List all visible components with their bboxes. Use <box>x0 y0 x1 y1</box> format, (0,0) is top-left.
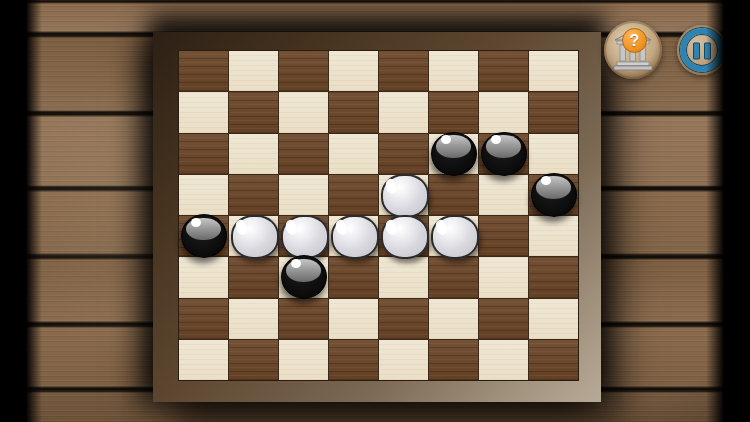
board-cell-r1c5[interactable] <box>429 92 478 132</box>
board-cell-r7c1[interactable] <box>229 340 278 380</box>
white-stone[interactable] <box>431 215 479 259</box>
board-cell-r3c3[interactable] <box>329 175 378 215</box>
board-cell-r1c1[interactable] <box>229 92 278 132</box>
board-cell-r2c3[interactable] <box>329 134 378 174</box>
black-stone[interactable] <box>181 214 227 258</box>
board-cell-r4c5[interactable] <box>429 216 478 256</box>
board-cell-r5c2[interactable] <box>279 257 328 297</box>
white-stone[interactable] <box>231 215 279 259</box>
board-cell-r1c3[interactable] <box>329 92 378 132</box>
board-cell-r7c6[interactable] <box>479 340 528 380</box>
board-cell-r3c6[interactable] <box>479 175 528 215</box>
board-cell-r7c3[interactable] <box>329 340 378 380</box>
board-cell-r0c4[interactable] <box>379 51 428 91</box>
white-stone[interactable] <box>281 215 329 259</box>
board-cell-r2c0[interactable] <box>179 134 228 174</box>
white-stone[interactable] <box>331 215 379 259</box>
board-cell-r0c5[interactable] <box>429 51 478 91</box>
board-cell-r4c3[interactable] <box>329 216 378 256</box>
board-cell-r5c1[interactable] <box>229 257 278 297</box>
board-cell-r2c5[interactable] <box>429 134 478 174</box>
board-cell-r0c7[interactable] <box>529 51 578 91</box>
board-cell-r0c1[interactable] <box>229 51 278 91</box>
board-cell-r2c7[interactable] <box>529 134 578 174</box>
board-cell-r4c7[interactable] <box>529 216 578 256</box>
board-cell-r6c3[interactable] <box>329 299 378 339</box>
board-cell-r2c2[interactable] <box>279 134 328 174</box>
board-frame <box>153 32 601 402</box>
board-cell-r5c6[interactable] <box>479 257 528 297</box>
board-cell-r7c0[interactable] <box>179 340 228 380</box>
board-cell-r7c2[interactable] <box>279 340 328 380</box>
board-cell-r3c5[interactable] <box>429 175 478 215</box>
board-cell-r4c4[interactable] <box>379 216 428 256</box>
board-cell-r5c0[interactable] <box>179 257 228 297</box>
board-cell-r3c0[interactable] <box>179 175 228 215</box>
board-cell-r7c5[interactable] <box>429 340 478 380</box>
white-stone[interactable] <box>381 215 429 259</box>
board-cell-r6c2[interactable] <box>279 299 328 339</box>
help-bank-button[interactable]: ? <box>604 21 662 79</box>
board-cell-r1c4[interactable] <box>379 92 428 132</box>
board-cell-r6c6[interactable] <box>479 299 528 339</box>
black-stone[interactable] <box>531 173 577 217</box>
board-cell-r1c2[interactable] <box>279 92 328 132</box>
black-stone[interactable] <box>481 132 527 176</box>
black-stone[interactable] <box>281 255 327 299</box>
game-board[interactable] <box>178 50 579 381</box>
board-cell-r4c2[interactable] <box>279 216 328 256</box>
game-screen: ? <box>0 0 750 422</box>
board-cell-r4c1[interactable] <box>229 216 278 256</box>
board-cell-r1c0[interactable] <box>179 92 228 132</box>
board-cell-r3c1[interactable] <box>229 175 278 215</box>
board-cell-r6c4[interactable] <box>379 299 428 339</box>
board-cell-r2c6[interactable] <box>479 134 528 174</box>
board-cell-r2c4[interactable] <box>379 134 428 174</box>
board-cell-r7c4[interactable] <box>379 340 428 380</box>
board-cell-r0c2[interactable] <box>279 51 328 91</box>
board-cell-r0c3[interactable] <box>329 51 378 91</box>
board-cell-r4c6[interactable] <box>479 216 528 256</box>
board-cell-r6c0[interactable] <box>179 299 228 339</box>
board-cell-r5c7[interactable] <box>529 257 578 297</box>
pause-button[interactable] <box>677 25 727 75</box>
question-badge: ? <box>622 28 647 53</box>
black-stone[interactable] <box>431 132 477 176</box>
board-cell-r5c3[interactable] <box>329 257 378 297</box>
board-cell-r6c5[interactable] <box>429 299 478 339</box>
board-cell-r7c7[interactable] <box>529 340 578 380</box>
pause-icon <box>680 28 724 72</box>
board-cell-r1c7[interactable] <box>529 92 578 132</box>
board-cell-r5c5[interactable] <box>429 257 478 297</box>
board-cell-r3c4[interactable] <box>379 175 428 215</box>
board-cell-r4c0[interactable] <box>179 216 228 256</box>
board-cell-r5c4[interactable] <box>379 257 428 297</box>
board-cell-r6c1[interactable] <box>229 299 278 339</box>
board-cell-r6c7[interactable] <box>529 299 578 339</box>
board-cell-r0c0[interactable] <box>179 51 228 91</box>
board-cell-r3c7[interactable] <box>529 175 578 215</box>
white-stone[interactable] <box>381 174 429 218</box>
board-cell-r2c1[interactable] <box>229 134 278 174</box>
board-cell-r1c6[interactable] <box>479 92 528 132</box>
board-cell-r0c6[interactable] <box>479 51 528 91</box>
board-cell-r3c2[interactable] <box>279 175 328 215</box>
